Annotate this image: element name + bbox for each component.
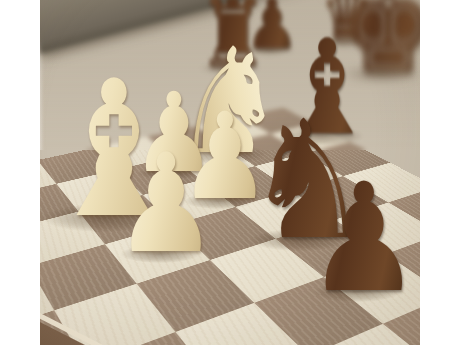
black-king-bg: ♚ (341, 0, 420, 91)
black-rook-bg-shadow (201, 62, 256, 75)
black-pawn-bg: ♟ (245, 0, 298, 59)
chess-board (40, 108, 420, 345)
black-king-bg-shadow (341, 65, 420, 84)
black-rook-bg: ♜ (197, 0, 268, 80)
black-queen-bg: ♛ (321, 0, 373, 50)
photo-area: ♝♟♞♟♟♞♟♝♜♟♛♚ (40, 0, 420, 345)
chess-photo-screenshot: ♝♟♞♟♟♞♟♝♜♟♛♚ (0, 0, 460, 345)
black-queen-bg-shadow (321, 37, 367, 48)
background-wall (40, 0, 420, 54)
black-pawn-bg-shadow (249, 45, 289, 54)
